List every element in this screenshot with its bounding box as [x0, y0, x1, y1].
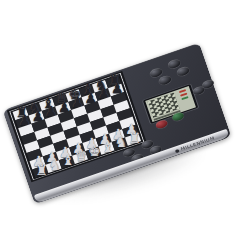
lcd-side-button-2[interactable] [201, 78, 215, 89]
top-button-3[interactable] [158, 74, 173, 86]
square-h1[interactable]: ♜ [125, 133, 141, 146]
board-grid: ♜♞♝♛♚♝♞♜♟♟♟♟♟♟♟♟♟♟♟♟♟♟♟♟♜♞♝♛♚♝♞♜ [13, 75, 142, 177]
brand-logo-icon [175, 149, 180, 153]
lcd-display [143, 84, 198, 124]
top-button-4[interactable] [176, 65, 191, 77]
piece-white-rook[interactable]: ♜ [127, 131, 141, 145]
lcd-indicator-column [178, 88, 193, 108]
lcd-indicator-green [181, 96, 188, 100]
product-photo: ♜♞♝♛♚♝♞♜♟♟♟♟♟♟♟♟♟♟♟♟♟♟♟♟♜♞♝♛♚♝♞♜ [0, 0, 238, 238]
